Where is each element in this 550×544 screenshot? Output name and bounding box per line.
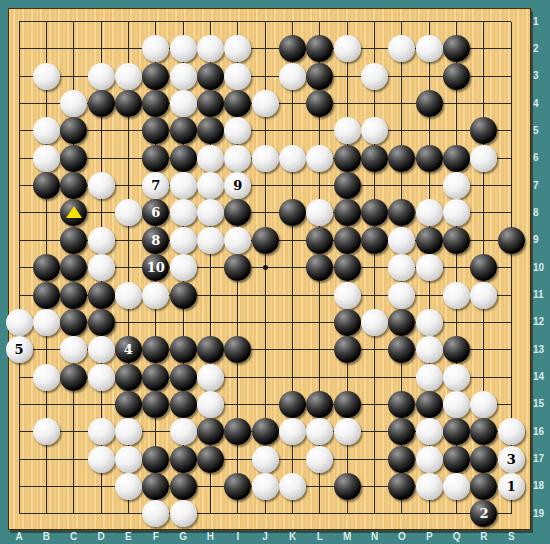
- column-label: K: [283, 531, 303, 542]
- black-stone: [361, 199, 388, 226]
- white-stone: [33, 309, 60, 336]
- white-stone: [88, 254, 115, 281]
- go-board[interactable]: 79681054312: [8, 8, 531, 530]
- grid-line: [374, 22, 375, 514]
- black-stone: [224, 418, 251, 445]
- white-stone: [142, 500, 169, 527]
- column-label: S: [501, 531, 521, 542]
- black-stone: [334, 473, 361, 500]
- white-stone: [416, 199, 443, 226]
- black-stone: [443, 336, 470, 363]
- white-stone: [142, 282, 169, 309]
- column-label: L: [310, 531, 330, 542]
- black-stone: [279, 199, 306, 226]
- black-stone: 6: [142, 199, 169, 226]
- white-stone: [306, 199, 333, 226]
- white-stone: [416, 254, 443, 281]
- white-stone: [416, 364, 443, 391]
- black-stone: [306, 391, 333, 418]
- white-stone: [252, 446, 279, 473]
- black-stone: [252, 418, 279, 445]
- white-stone: [443, 473, 470, 500]
- white-stone: [197, 199, 224, 226]
- white-stone: [306, 446, 333, 473]
- white-stone: [279, 473, 306, 500]
- white-stone: [224, 145, 251, 172]
- white-stone: [197, 172, 224, 199]
- white-stone: [170, 63, 197, 90]
- star-point: [263, 265, 268, 270]
- white-stone: 9: [224, 172, 251, 199]
- black-stone: [115, 391, 142, 418]
- black-stone: [334, 309, 361, 336]
- white-stone: [498, 418, 525, 445]
- column-label: G: [173, 531, 193, 542]
- black-stone: [498, 227, 525, 254]
- move-number: 5: [14, 343, 23, 356]
- row-label: 18: [533, 480, 550, 491]
- row-label: 19: [533, 508, 550, 519]
- black-stone: [197, 418, 224, 445]
- row-label: 5: [533, 125, 550, 136]
- column-label: I: [228, 531, 248, 542]
- white-stone: [252, 145, 279, 172]
- white-stone: [443, 282, 470, 309]
- black-stone: [170, 117, 197, 144]
- black-stone: [170, 282, 197, 309]
- white-stone: [197, 145, 224, 172]
- move-number: 9: [233, 179, 242, 192]
- black-stone: [60, 364, 87, 391]
- move-number: 7: [151, 179, 160, 192]
- black-stone: [470, 254, 497, 281]
- white-stone: [33, 364, 60, 391]
- black-stone: [388, 336, 415, 363]
- column-label: M: [337, 531, 357, 542]
- white-stone: [361, 63, 388, 90]
- white-stone: [88, 364, 115, 391]
- black-stone: [279, 391, 306, 418]
- white-stone: [361, 117, 388, 144]
- column-label: O: [392, 531, 412, 542]
- black-stone: [252, 227, 279, 254]
- white-stone: [115, 473, 142, 500]
- black-stone: [142, 117, 169, 144]
- white-stone: [443, 364, 470, 391]
- white-stone: [170, 199, 197, 226]
- black-stone: [334, 199, 361, 226]
- black-stone: [361, 227, 388, 254]
- white-stone: [197, 35, 224, 62]
- black-stone: [60, 117, 87, 144]
- black-stone: 4: [115, 336, 142, 363]
- white-stone: [279, 63, 306, 90]
- move-number: 10: [147, 261, 165, 274]
- white-stone: [88, 63, 115, 90]
- white-stone: [115, 282, 142, 309]
- row-label: 17: [533, 453, 550, 464]
- white-stone: [33, 63, 60, 90]
- white-stone: [60, 336, 87, 363]
- white-stone: [416, 446, 443, 473]
- black-stone: [142, 446, 169, 473]
- black-stone: [416, 90, 443, 117]
- row-label: 14: [533, 371, 550, 382]
- row-label: 6: [533, 152, 550, 163]
- black-stone: [197, 117, 224, 144]
- black-stone: [224, 199, 251, 226]
- black-stone: [388, 145, 415, 172]
- white-stone: [88, 336, 115, 363]
- white-stone: [197, 391, 224, 418]
- white-stone: [170, 90, 197, 117]
- black-stone: [443, 227, 470, 254]
- white-stone: [6, 309, 33, 336]
- black-stone: [33, 172, 60, 199]
- black-stone: [388, 418, 415, 445]
- black-stone: [416, 145, 443, 172]
- black-stone: [60, 309, 87, 336]
- row-label: 15: [533, 398, 550, 409]
- white-stone: [170, 500, 197, 527]
- white-stone: [334, 117, 361, 144]
- black-stone: [170, 364, 197, 391]
- white-stone: [443, 199, 470, 226]
- white-stone: [88, 227, 115, 254]
- black-stone: [224, 473, 251, 500]
- black-stone: [60, 282, 87, 309]
- white-stone: [416, 473, 443, 500]
- black-stone: [142, 473, 169, 500]
- black-stone: [443, 446, 470, 473]
- move-number: 3: [507, 453, 516, 466]
- black-stone: [60, 227, 87, 254]
- triangle-marker: [66, 206, 82, 218]
- move-number: 4: [124, 343, 133, 356]
- black-stone: [170, 336, 197, 363]
- white-stone: 5: [6, 336, 33, 363]
- column-label: N: [365, 531, 385, 542]
- black-stone: [170, 391, 197, 418]
- goban-frame: 79681054312 ABCDEFGHIJKLMNOPQRS 12345678…: [0, 0, 550, 544]
- white-stone: [470, 391, 497, 418]
- black-stone: [142, 336, 169, 363]
- white-stone: [115, 418, 142, 445]
- white-stone: [224, 35, 251, 62]
- white-stone: [170, 254, 197, 281]
- white-stone: [443, 172, 470, 199]
- black-stone: [443, 145, 470, 172]
- column-label: C: [64, 531, 84, 542]
- white-stone: [224, 227, 251, 254]
- row-label: 8: [533, 207, 550, 218]
- black-stone: [60, 254, 87, 281]
- black-stone: [142, 145, 169, 172]
- white-stone: [470, 145, 497, 172]
- column-label: R: [474, 531, 494, 542]
- move-number: 1: [507, 480, 516, 493]
- white-stone: [115, 199, 142, 226]
- white-stone: [170, 227, 197, 254]
- row-label: 16: [533, 426, 550, 437]
- row-label: 4: [533, 98, 550, 109]
- black-stone: [470, 117, 497, 144]
- black-stone: [470, 473, 497, 500]
- black-stone: [443, 418, 470, 445]
- black-stone: [306, 254, 333, 281]
- white-stone: [197, 364, 224, 391]
- black-stone: 10: [142, 254, 169, 281]
- white-stone: [224, 63, 251, 90]
- row-label: 12: [533, 316, 550, 327]
- white-stone: [416, 309, 443, 336]
- row-label: 7: [533, 180, 550, 191]
- white-stone: 3: [498, 446, 525, 473]
- black-stone: [306, 227, 333, 254]
- black-stone: [142, 90, 169, 117]
- white-stone: [334, 418, 361, 445]
- black-stone: [88, 309, 115, 336]
- column-label: B: [36, 531, 56, 542]
- black-stone: [60, 199, 87, 226]
- column-label: J: [255, 531, 275, 542]
- white-stone: [170, 172, 197, 199]
- black-stone: [88, 282, 115, 309]
- white-stone: [279, 145, 306, 172]
- move-number: 6: [151, 206, 160, 219]
- column-label: H: [200, 531, 220, 542]
- black-stone: [279, 35, 306, 62]
- black-stone: [170, 446, 197, 473]
- column-label: D: [91, 531, 111, 542]
- black-stone: [334, 254, 361, 281]
- black-stone: [388, 309, 415, 336]
- black-stone: [334, 145, 361, 172]
- black-stone: [224, 336, 251, 363]
- white-stone: [88, 418, 115, 445]
- black-stone: [388, 199, 415, 226]
- white-stone: [170, 418, 197, 445]
- white-stone: [388, 35, 415, 62]
- white-stone: [224, 117, 251, 144]
- white-stone: [334, 35, 361, 62]
- black-stone: [142, 63, 169, 90]
- black-stone: [388, 473, 415, 500]
- black-stone: [334, 336, 361, 363]
- white-stone: [361, 309, 388, 336]
- black-stone: [197, 63, 224, 90]
- black-stone: [416, 227, 443, 254]
- white-stone: [33, 117, 60, 144]
- white-stone: [388, 254, 415, 281]
- white-stone: [279, 418, 306, 445]
- black-stone: [334, 172, 361, 199]
- row-label: 3: [533, 70, 550, 81]
- white-stone: [88, 172, 115, 199]
- white-stone: [388, 282, 415, 309]
- black-stone: [115, 90, 142, 117]
- white-stone: [60, 90, 87, 117]
- black-stone: [334, 227, 361, 254]
- black-stone: [224, 90, 251, 117]
- white-stone: [416, 35, 443, 62]
- black-stone: [416, 391, 443, 418]
- white-stone: [142, 35, 169, 62]
- black-stone: [170, 145, 197, 172]
- row-label: 1: [533, 16, 550, 27]
- white-stone: [416, 336, 443, 363]
- black-stone: [60, 172, 87, 199]
- black-stone: [361, 145, 388, 172]
- black-stone: [170, 473, 197, 500]
- black-stone: [33, 282, 60, 309]
- row-label: 2: [533, 43, 550, 54]
- black-stone: [470, 446, 497, 473]
- black-stone: [115, 364, 142, 391]
- white-stone: [388, 227, 415, 254]
- row-label: 10: [533, 262, 550, 273]
- column-label: A: [9, 531, 29, 542]
- column-label: P: [419, 531, 439, 542]
- white-stone: [197, 227, 224, 254]
- black-stone: [224, 254, 251, 281]
- black-stone: [60, 145, 87, 172]
- black-stone: [306, 35, 333, 62]
- white-stone: [470, 282, 497, 309]
- white-stone: [115, 446, 142, 473]
- white-stone: [306, 145, 333, 172]
- black-stone: [197, 90, 224, 117]
- white-stone: [252, 473, 279, 500]
- black-stone: [142, 364, 169, 391]
- black-stone: [306, 63, 333, 90]
- grid-line: [19, 513, 511, 514]
- white-stone: [252, 90, 279, 117]
- black-stone: [443, 63, 470, 90]
- column-label: F: [146, 531, 166, 542]
- white-stone: [306, 418, 333, 445]
- black-stone: [334, 391, 361, 418]
- row-label: 9: [533, 234, 550, 245]
- white-stone: 7: [142, 172, 169, 199]
- black-stone: [470, 418, 497, 445]
- black-stone: [388, 391, 415, 418]
- white-stone: [33, 418, 60, 445]
- column-label: E: [118, 531, 138, 542]
- black-stone: [197, 446, 224, 473]
- white-stone: [334, 282, 361, 309]
- black-stone: [306, 90, 333, 117]
- black-stone: [33, 254, 60, 281]
- black-stone: 8: [142, 227, 169, 254]
- black-stone: 2: [470, 500, 497, 527]
- white-stone: [33, 145, 60, 172]
- black-stone: [88, 90, 115, 117]
- white-stone: [416, 418, 443, 445]
- black-stone: [197, 336, 224, 363]
- move-number: 8: [151, 234, 160, 247]
- move-number: 2: [479, 507, 488, 520]
- black-stone: [142, 391, 169, 418]
- white-stone: [88, 446, 115, 473]
- black-stone: [443, 35, 470, 62]
- black-stone: [388, 446, 415, 473]
- row-label: 11: [533, 289, 550, 300]
- white-stone: [170, 35, 197, 62]
- white-stone: 1: [498, 473, 525, 500]
- row-label: 13: [533, 344, 550, 355]
- white-stone: [115, 63, 142, 90]
- column-label: Q: [447, 531, 467, 542]
- white-stone: [443, 391, 470, 418]
